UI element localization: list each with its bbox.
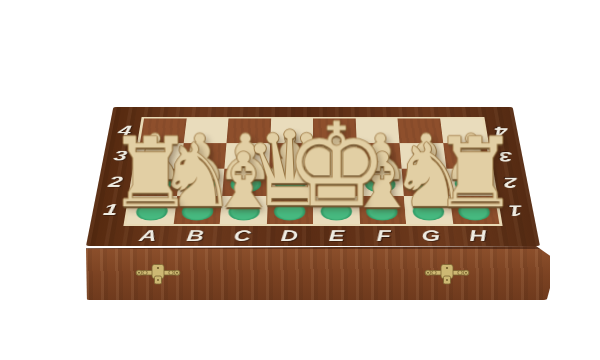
board-frame-inlay: ♟♟♟♟♟♟♟♟♜♞♝♛♚♝♞♜: [123, 117, 502, 226]
chess-box-photo: ♟♟♟♟♟♟♟♟♜♞♝♛♚♝♞♜ ABCDEFGH 4321 4321: [0, 0, 600, 360]
piece-white-rook-a1[interactable]: ♜: [107, 125, 193, 221]
box-lid-board: ♟♟♟♟♟♟♟♟♜♞♝♛♚♝♞♜ ABCDEFGH 4321 4321: [86, 107, 540, 246]
file-label-c: C: [218, 227, 266, 245]
rank-label-right-2: 2: [496, 169, 525, 196]
square-e1[interactable]: ♚: [313, 196, 360, 224]
piece-white-king-e1[interactable]: ♚: [284, 107, 388, 223]
rank-label-right-3: 3: [491, 143, 520, 169]
square-a1[interactable]: ♜: [127, 196, 177, 224]
brass-clasp-left-icon: [135, 261, 181, 287]
board-squares: ♟♟♟♟♟♟♟♟♜♞♝♛♚♝♞♜: [127, 119, 500, 225]
file-label-a: A: [123, 227, 173, 245]
file-label-e: E: [313, 227, 360, 245]
file-label-f: F: [360, 227, 408, 245]
rank-label-right-4: 4: [487, 119, 515, 144]
file-label-g: G: [406, 227, 455, 245]
file-label-h: H: [453, 227, 503, 245]
file-label-d: D: [266, 227, 313, 245]
brass-clasp-right-icon: [424, 261, 470, 287]
file-label-b: B: [171, 227, 220, 245]
box-front-face: [86, 246, 550, 300]
rank-label-right-1: 1: [500, 196, 530, 224]
file-labels: ABCDEFGH: [123, 227, 503, 246]
square-h1[interactable]: ♜: [449, 196, 499, 224]
